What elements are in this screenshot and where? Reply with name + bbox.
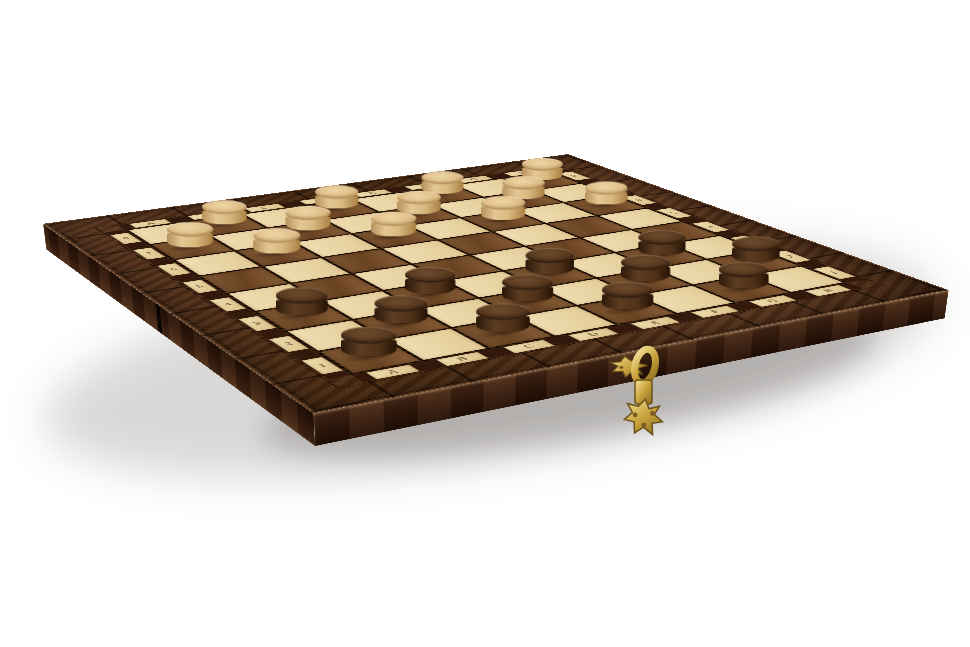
board-scene: ABCDEFGH ABCDEFGH 87654321 87654321 <box>0 0 970 647</box>
clasp-upper-plate <box>608 354 650 379</box>
rank-label: 7 <box>133 248 165 260</box>
brass-clasp[interactable] <box>598 344 690 444</box>
clasp-lower-plate <box>623 397 666 437</box>
